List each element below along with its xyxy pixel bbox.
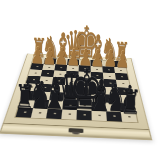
board-square bbox=[61, 109, 77, 119]
board-square bbox=[76, 110, 91, 120]
board-square bbox=[106, 111, 122, 121]
board-frame bbox=[3, 54, 150, 130]
board-grid bbox=[16, 58, 138, 123]
board-square bbox=[92, 111, 107, 121]
chess-set-photo: ♜♞♝♛♚♝♞♜♟♟♟♟♟♟♟♟♟♟♟♟♟♟♟♟♜♞♝♛♚♝♞♜ bbox=[0, 0, 160, 160]
board-square bbox=[121, 112, 138, 122]
box-latch-icon bbox=[69, 128, 84, 133]
board-square bbox=[46, 109, 62, 119]
chess-board bbox=[0, 54, 152, 141]
